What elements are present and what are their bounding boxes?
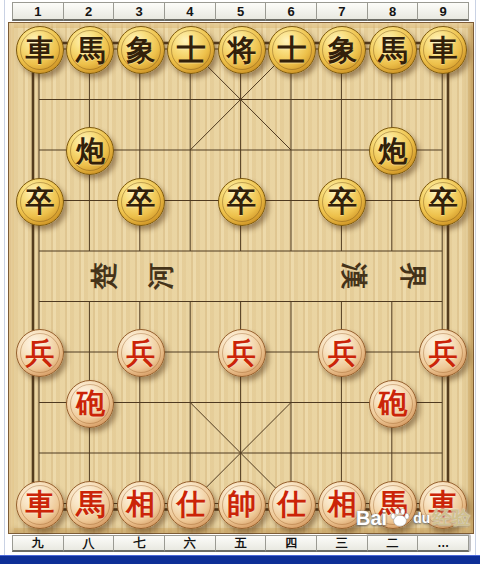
river-text-he: 河 [144, 259, 178, 293]
column-label-9: 9 [417, 2, 469, 21]
piece-red-elephant[interactable]: 相 [318, 481, 366, 529]
file-label-4: 六 [164, 535, 216, 552]
piece-black-soldier[interactable]: 卒 [16, 178, 64, 226]
piece-red-elephant[interactable]: 相 [117, 481, 165, 529]
window-border-right [475, 0, 476, 556]
piece-red-cannon[interactable]: 砲 [66, 380, 114, 428]
xiangqi-board[interactable]: 楚 河 漢 界 車馬象士将士象馬車炮炮卒卒卒卒卒兵兵兵兵兵砲砲車馬相仕帥仕相馬車 [8, 22, 474, 534]
piece-red-soldier[interactable]: 兵 [117, 329, 165, 377]
piece-glyph: 卒 [328, 187, 357, 216]
file-label-3: 七 [113, 535, 165, 552]
column-label-4: 4 [164, 2, 216, 21]
piece-glyph: 砲 [378, 389, 407, 418]
piece-black-advisor[interactable]: 士 [167, 26, 215, 74]
piece-glyph: 卒 [429, 187, 458, 216]
file-label-9: … [417, 535, 469, 552]
piece-red-horse[interactable]: 馬 [369, 481, 417, 529]
piece-glyph: 兵 [26, 339, 55, 368]
file-label-2: 八 [63, 535, 115, 552]
column-label-5: 5 [215, 2, 267, 21]
piece-glyph: 砲 [76, 389, 105, 418]
river-text-jie: 界 [396, 259, 430, 293]
piece-glyph: 兵 [429, 339, 458, 368]
piece-glyph: 卒 [126, 187, 155, 216]
piece-glyph: 兵 [126, 339, 155, 368]
piece-red-horse[interactable]: 馬 [66, 481, 114, 529]
file-label-7: 三 [316, 535, 368, 552]
piece-red-cannon[interactable]: 砲 [369, 380, 417, 428]
piece-red-soldier[interactable]: 兵 [218, 329, 266, 377]
piece-black-soldier[interactable]: 卒 [318, 178, 366, 226]
column-label-6: 6 [265, 2, 317, 21]
piece-red-chariot[interactable]: 車 [419, 481, 467, 529]
piece-glyph: 相 [126, 490, 155, 519]
piece-black-soldier[interactable]: 卒 [117, 178, 165, 226]
piece-glyph: 帥 [227, 490, 256, 519]
piece-red-general[interactable]: 帥 [218, 481, 266, 529]
file-label-5: 五 [215, 535, 267, 552]
piece-glyph: 士 [177, 36, 206, 65]
piece-red-chariot[interactable]: 車 [16, 481, 64, 529]
piece-black-chariot[interactable]: 車 [16, 26, 64, 74]
piece-glyph: 馬 [76, 490, 105, 519]
piece-black-soldier[interactable]: 卒 [419, 178, 467, 226]
piece-glyph: 相 [328, 490, 357, 519]
piece-red-soldier[interactable]: 兵 [419, 329, 467, 377]
piece-red-advisor[interactable]: 仕 [167, 481, 215, 529]
file-label-6: 四 [265, 535, 317, 552]
column-label-1: 1 [12, 2, 64, 21]
piece-glyph: 車 [26, 36, 55, 65]
piece-glyph: 将 [227, 36, 256, 65]
piece-black-soldier[interactable]: 卒 [218, 178, 266, 226]
piece-glyph: 仕 [278, 490, 307, 519]
piece-red-advisor[interactable]: 仕 [268, 481, 316, 529]
piece-glyph: 卒 [227, 187, 256, 216]
piece-glyph: 馬 [378, 36, 407, 65]
window-border-left [4, 0, 5, 556]
river-text-han: 漢 [337, 259, 371, 293]
river-text-chu: 楚 [87, 259, 121, 293]
piece-glyph: 仕 [177, 490, 206, 519]
piece-glyph: 馬 [76, 36, 105, 65]
piece-red-soldier[interactable]: 兵 [16, 329, 64, 377]
piece-black-horse[interactable]: 馬 [369, 26, 417, 74]
window-bottom-bar [0, 555, 480, 564]
piece-glyph: 象 [328, 36, 357, 65]
column-label-3: 3 [113, 2, 165, 21]
column-label-2: 2 [63, 2, 115, 21]
piece-glyph: 卒 [26, 187, 55, 216]
piece-glyph: 兵 [328, 339, 357, 368]
column-label-8: 8 [367, 2, 419, 21]
piece-black-chariot[interactable]: 車 [419, 26, 467, 74]
file-label-strip: 九八七六五四三二… [12, 535, 468, 552]
column-label-7: 7 [316, 2, 368, 21]
piece-glyph: 馬 [378, 490, 407, 519]
piece-glyph: 兵 [227, 339, 256, 368]
column-number-strip: 123456789 [12, 2, 468, 21]
piece-glyph: 炮 [76, 137, 105, 166]
piece-glyph: 車 [429, 490, 458, 519]
piece-black-elephant[interactable]: 象 [117, 26, 165, 74]
piece-glyph: 車 [26, 490, 55, 519]
piece-glyph: 象 [126, 36, 155, 65]
piece-black-advisor[interactable]: 士 [268, 26, 316, 74]
piece-black-general[interactable]: 将 [218, 26, 266, 74]
file-label-8: 二 [367, 535, 419, 552]
piece-black-cannon[interactable]: 炮 [369, 127, 417, 175]
piece-glyph: 士 [278, 36, 307, 65]
file-label-1: 九 [12, 535, 64, 552]
piece-glyph: 炮 [378, 137, 407, 166]
piece-glyph: 車 [429, 36, 458, 65]
